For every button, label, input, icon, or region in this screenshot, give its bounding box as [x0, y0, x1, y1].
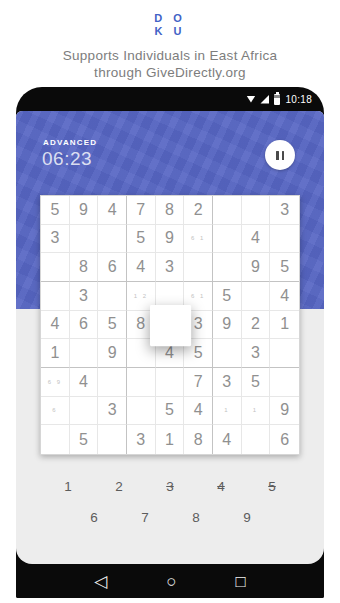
- sudoku-cell-r8c1[interactable]: 6: [41, 397, 70, 426]
- keypad-row-1: 12345: [56, 479, 284, 494]
- sudoku-cell-r8c3[interactable]: 3: [98, 397, 127, 426]
- sudoku-cell-r2c7[interactable]: [213, 225, 242, 254]
- logo-line2: K U: [0, 25, 340, 38]
- game-timer: 06:23: [42, 148, 92, 170]
- sudoku-cell-r7c8[interactable]: 5: [242, 368, 271, 397]
- keypad-button-1[interactable]: 1: [56, 479, 80, 494]
- keypad-button-8[interactable]: 8: [184, 510, 208, 525]
- sudoku-cell-r2c3[interactable]: [98, 225, 127, 254]
- keypad-button-3[interactable]: 3: [158, 479, 182, 494]
- sudoku-cell-r1c5[interactable]: 8: [156, 196, 185, 225]
- sudoku-cell-r5c9[interactable]: 1: [270, 311, 299, 340]
- sudoku-cell-r5c7[interactable]: 9: [213, 311, 242, 340]
- sudoku-cell-r8c7[interactable]: 1: [213, 397, 242, 426]
- sudoku-cell-r9c3[interactable]: [98, 425, 127, 454]
- sudoku-cell-r2c8[interactable]: 4: [242, 225, 271, 254]
- sudoku-cell-r2c5[interactable]: 9: [156, 225, 185, 254]
- status-bar: 10:18: [16, 87, 324, 111]
- keypad-row-2: 6789: [82, 510, 259, 525]
- subtitle-line2: through GiveDirectly.org: [0, 64, 340, 81]
- cellular-signal-icon: [260, 95, 269, 104]
- sudoku-cell-r1c4[interactable]: 7: [127, 196, 156, 225]
- sudoku-cell-r3c4[interactable]: 4: [127, 253, 156, 282]
- sudoku-cell-r9c4[interactable]: 3: [127, 425, 156, 454]
- sudoku-cell-r7c4[interactable]: [127, 368, 156, 397]
- sudoku-cell-r2c4[interactable]: 5: [127, 225, 156, 254]
- charity-subtitle: Supports Individuals in East Africa thro…: [0, 47, 340, 81]
- sudoku-cell-r7c5[interactable]: [156, 368, 185, 397]
- sudoku-cell-r5c2[interactable]: 6: [70, 311, 99, 340]
- battery-icon: [274, 94, 280, 105]
- pencil-marks: 6: [52, 407, 57, 413]
- phone-mockup: 10:18 ADVANCED 06:23 59478233596 1486439…: [16, 87, 324, 598]
- keypad-button-2[interactable]: 2: [107, 479, 131, 494]
- sudoku-cell-r7c2[interactable]: 4: [70, 368, 99, 397]
- sudoku-cell-r8c5[interactable]: 5: [156, 397, 185, 426]
- sudoku-cell-r3c3[interactable]: 6: [98, 253, 127, 282]
- sudoku-cell-r1c7[interactable]: [213, 196, 242, 225]
- sudoku-cell-r1c6[interactable]: 2: [184, 196, 213, 225]
- sudoku-cell-r1c1[interactable]: 5: [41, 196, 70, 225]
- app-header: D O K U Supports Individuals in East Afr…: [0, 12, 340, 81]
- sudoku-cell-r4c8[interactable]: [242, 282, 271, 311]
- home-icon[interactable]: ○: [166, 573, 176, 590]
- sudoku-cell-r8c2[interactable]: [70, 397, 99, 426]
- keypad-button-9[interactable]: 9: [235, 510, 259, 525]
- android-nav-bar: ◁○□: [16, 564, 324, 598]
- sudoku-cell-r7c7[interactable]: 3: [213, 368, 242, 397]
- sudoku-board: 59478233596 1486439531 26 15446583921194…: [40, 195, 300, 455]
- keypad-button-5[interactable]: 5: [260, 479, 284, 494]
- sudoku-cell-r6c9[interactable]: [270, 339, 299, 368]
- page: D O K U Supports Individuals in East Afr…: [0, 0, 340, 603]
- sudoku-cell-r6c7[interactable]: [213, 339, 242, 368]
- sudoku-cell-r6c3[interactable]: 9: [98, 339, 127, 368]
- sudoku-cell-r6c2[interactable]: [70, 339, 99, 368]
- sudoku-cell-r5c1[interactable]: 4: [41, 311, 70, 340]
- sudoku-cell-r3c7[interactable]: [213, 253, 242, 282]
- pencil-marks: 6 1: [191, 293, 205, 299]
- sudoku-cell-r4c2[interactable]: 3: [70, 282, 99, 311]
- sudoku-cell-r9c2[interactable]: 5: [70, 425, 99, 454]
- sudoku-cell-r7c3[interactable]: [98, 368, 127, 397]
- sudoku-cell-r9c9[interactable]: 6: [270, 425, 299, 454]
- pause-button[interactable]: [265, 140, 295, 170]
- sudoku-cell-r4c1[interactable]: [41, 282, 70, 311]
- pencil-marks: 1: [224, 407, 229, 413]
- sudoku-cell-r9c8[interactable]: [242, 425, 271, 454]
- pencil-marks: 6 9: [48, 379, 62, 385]
- sudoku-cell-r4c7[interactable]: 5: [213, 282, 242, 311]
- logo-line1: D O: [0, 12, 340, 25]
- sudoku-cell-r5c8[interactable]: 2: [242, 311, 271, 340]
- sudoku-cell-r9c5[interactable]: 1: [156, 425, 185, 454]
- pencil-marks: 1: [253, 407, 258, 413]
- pencil-marks: 6 1: [191, 235, 205, 241]
- sudoku-cell-r1c8[interactable]: [242, 196, 271, 225]
- sudoku-cell-r3c1[interactable]: [41, 253, 70, 282]
- sudoku-cell-r3c8[interactable]: 9: [242, 253, 271, 282]
- keypad-button-6[interactable]: 6: [82, 510, 106, 525]
- subtitle-line1: Supports Individuals in East Africa: [0, 47, 340, 64]
- sudoku-cell-r3c6[interactable]: [184, 253, 213, 282]
- sudoku-cell-r1c3[interactable]: 4: [98, 196, 127, 225]
- sudoku-cell-r5c5[interactable]: [150, 305, 191, 346]
- sudoku-cell-r1c9[interactable]: 3: [270, 196, 299, 225]
- sudoku-cell-r8c8[interactable]: 1: [242, 397, 271, 426]
- sudoku-cell-r8c9[interactable]: 9: [270, 397, 299, 426]
- sudoku-cell-r4c3[interactable]: [98, 282, 127, 311]
- sudoku-cell-r2c6[interactable]: 6 1: [184, 225, 213, 254]
- sudoku-cell-r9c6[interactable]: 8: [184, 425, 213, 454]
- difficulty-label: ADVANCED: [43, 138, 97, 147]
- pause-icon: [282, 151, 285, 160]
- sudoku-cell-r3c2[interactable]: 8: [70, 253, 99, 282]
- sudoku-cell-r9c7[interactable]: 4: [213, 425, 242, 454]
- sudoku-cell-r6c8[interactable]: 3: [242, 339, 271, 368]
- status-time: 10:18: [285, 94, 312, 105]
- sudoku-cell-r1c2[interactable]: 9: [70, 196, 99, 225]
- sudoku-cell-r3c9[interactable]: 5: [270, 253, 299, 282]
- sudoku-cell-r2c2[interactable]: [70, 225, 99, 254]
- sudoku-cell-r9c1[interactable]: [41, 425, 70, 454]
- app-screen: ADVANCED 06:23 59478233596 1486439531 26…: [16, 111, 324, 564]
- wifi-icon: [246, 96, 255, 103]
- pause-icon: [276, 151, 279, 160]
- sudoku-cell-r2c1[interactable]: 3: [41, 225, 70, 254]
- sudoku-cell-r8c6[interactable]: 4: [184, 397, 213, 426]
- keypad-button-4[interactable]: 4: [209, 479, 233, 494]
- back-icon[interactable]: ◁: [94, 573, 107, 590]
- keypad-button-7[interactable]: 7: [133, 510, 157, 525]
- sudoku-cell-r7c9[interactable]: [270, 368, 299, 397]
- sudoku-cell-r5c3[interactable]: 5: [98, 311, 127, 340]
- sudoku-cell-r4c9[interactable]: 4: [270, 282, 299, 311]
- sudoku-cell-r7c6[interactable]: 7: [184, 368, 213, 397]
- sudoku-cell-r7c1[interactable]: 6 9: [41, 368, 70, 397]
- recents-icon[interactable]: □: [236, 573, 246, 590]
- sudoku-cell-r3c5[interactable]: 3: [156, 253, 185, 282]
- sudoku-cell-r8c4[interactable]: [127, 397, 156, 426]
- doku-logo: D O K U: [0, 12, 340, 38]
- pencil-marks: 1 2: [134, 293, 148, 299]
- sudoku-cell-r6c1[interactable]: 1: [41, 339, 70, 368]
- sudoku-cell-r2c9[interactable]: [270, 225, 299, 254]
